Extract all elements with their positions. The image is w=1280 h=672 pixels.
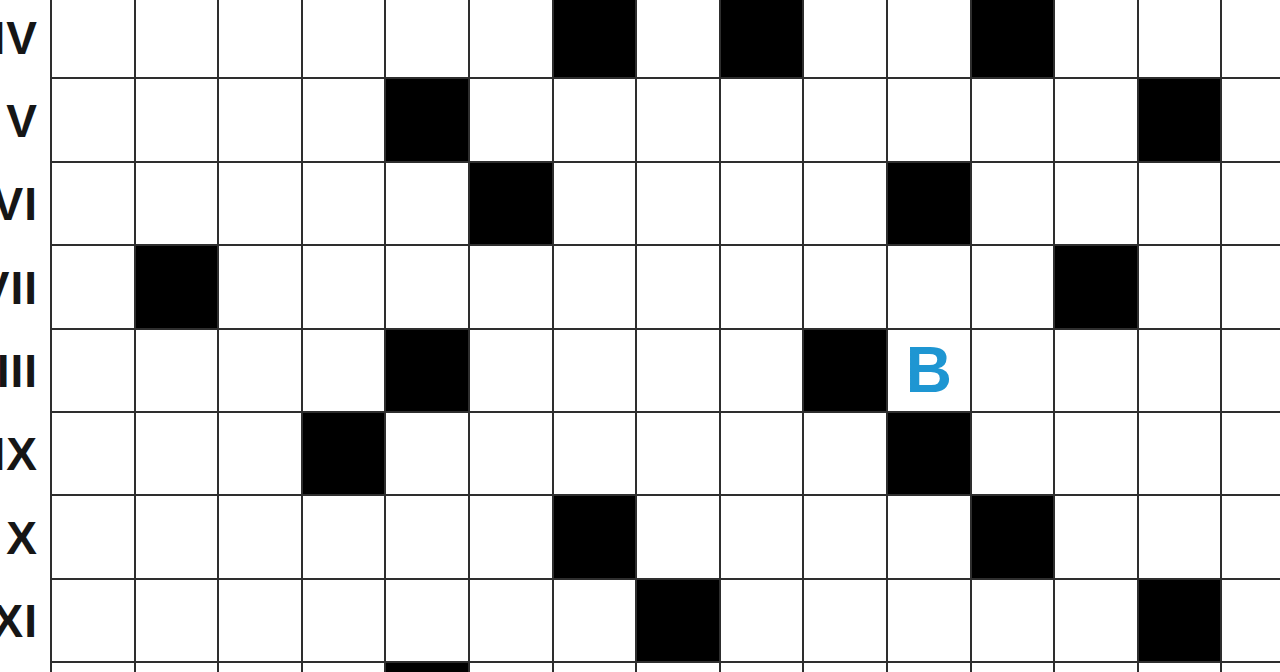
cell-r2c1[interactable] xyxy=(52,79,136,162)
cell-r3c2[interactable] xyxy=(136,163,220,246)
cell-r3c7[interactable] xyxy=(554,163,638,246)
cell-r1c5[interactable] xyxy=(386,0,470,79)
cell-r5c11-letter[interactable]: B xyxy=(888,330,972,413)
cell-r4c11[interactable] xyxy=(888,246,972,329)
cell-r5c13[interactable] xyxy=(1055,330,1139,413)
cell-r9c5-black xyxy=(386,663,470,672)
cell-r4c7[interactable] xyxy=(554,246,638,329)
row-label-v: V xyxy=(6,98,38,144)
cell-r9c14[interactable] xyxy=(1139,663,1223,672)
cell-r4c1[interactable] xyxy=(52,246,136,329)
cell-r6c14[interactable] xyxy=(1139,413,1223,496)
cell-r9c3[interactable] xyxy=(219,663,303,672)
cell-r4c13-black xyxy=(1055,246,1139,329)
cell-r3c6-black xyxy=(470,163,554,246)
cell-r7c7-black xyxy=(554,496,638,579)
cell-r1c13[interactable] xyxy=(1055,0,1139,79)
cell-r5c6[interactable] xyxy=(470,330,554,413)
cell-r7c4[interactable] xyxy=(303,496,387,579)
cell-r4c6[interactable] xyxy=(470,246,554,329)
cell-r7c8[interactable] xyxy=(637,496,721,579)
cell-r7c13[interactable] xyxy=(1055,496,1139,579)
crossword-grid: B xyxy=(50,0,1280,672)
cell-r4c5[interactable] xyxy=(386,246,470,329)
cell-r1c12-black xyxy=(972,0,1056,79)
cell-r6c3[interactable] xyxy=(219,413,303,496)
cell-r1c9-black xyxy=(721,0,805,79)
cell-r7c11[interactable] xyxy=(888,496,972,579)
cell-r3c12[interactable] xyxy=(972,163,1056,246)
cell-r2c5-black xyxy=(386,79,470,162)
cell-r9c6[interactable] xyxy=(470,663,554,672)
cell-r6c2[interactable] xyxy=(136,413,220,496)
row-label-iv: IV xyxy=(0,15,38,61)
cell-r5c7[interactable] xyxy=(554,330,638,413)
cell-r6c7[interactable] xyxy=(554,413,638,496)
cell-r6c13[interactable] xyxy=(1055,413,1139,496)
cell-r8c9[interactable] xyxy=(721,580,805,663)
cell-r5c12[interactable] xyxy=(972,330,1056,413)
cell-r8c15[interactable] xyxy=(1222,580,1280,663)
cell-r5c1[interactable] xyxy=(52,330,136,413)
cell-r5c14[interactable] xyxy=(1139,330,1223,413)
cell-r2c4[interactable] xyxy=(303,79,387,162)
cell-r7c10[interactable] xyxy=(804,496,888,579)
cell-r8c8-black xyxy=(637,580,721,663)
row-label-x: X xyxy=(6,515,38,561)
cell-r2c6[interactable] xyxy=(470,79,554,162)
cell-r3c5[interactable] xyxy=(386,163,470,246)
cell-r4c8[interactable] xyxy=(637,246,721,329)
cell-r6c4-black xyxy=(303,413,387,496)
cell-r5c4[interactable] xyxy=(303,330,387,413)
cell-r1c7-black xyxy=(554,0,638,79)
cell-r3c4[interactable] xyxy=(303,163,387,246)
cell-r4c4[interactable] xyxy=(303,246,387,329)
row-label-xi: XI xyxy=(0,598,38,644)
cell-r8c10[interactable] xyxy=(804,580,888,663)
cell-r6c9[interactable] xyxy=(721,413,805,496)
cell-r2c2[interactable] xyxy=(136,79,220,162)
cell-r9c2[interactable] xyxy=(136,663,220,672)
row-label-vii: VII xyxy=(0,265,38,311)
cell-r3c14[interactable] xyxy=(1139,163,1223,246)
cell-r2c10[interactable] xyxy=(804,79,888,162)
cell-r7c9[interactable] xyxy=(721,496,805,579)
cell-r6c8[interactable] xyxy=(637,413,721,496)
cell-r3c15[interactable] xyxy=(1222,163,1280,246)
cell-r3c3[interactable] xyxy=(219,163,303,246)
cell-r3c1[interactable] xyxy=(52,163,136,246)
cell-r5c8[interactable] xyxy=(637,330,721,413)
cell-r2c12[interactable] xyxy=(972,79,1056,162)
cell-r5c2[interactable] xyxy=(136,330,220,413)
cell-r1c6[interactable] xyxy=(470,0,554,79)
cell-r7c15[interactable] xyxy=(1222,496,1280,579)
cell-r9c10[interactable] xyxy=(804,663,888,672)
cell-r6c12[interactable] xyxy=(972,413,1056,496)
cell-r7c1[interactable] xyxy=(52,496,136,579)
cell-r4c14[interactable] xyxy=(1139,246,1223,329)
cell-r2c11[interactable] xyxy=(888,79,972,162)
cell-r8c5[interactable] xyxy=(386,580,470,663)
cell-r8c3[interactable] xyxy=(219,580,303,663)
cell-r8c2[interactable] xyxy=(136,580,220,663)
cell-r1c2[interactable] xyxy=(136,0,220,79)
cell-r6c5[interactable] xyxy=(386,413,470,496)
cell-r5c9[interactable] xyxy=(721,330,805,413)
cell-r7c6[interactable] xyxy=(470,496,554,579)
cell-r3c9[interactable] xyxy=(721,163,805,246)
cell-r9c4[interactable] xyxy=(303,663,387,672)
row-label-viii: VIII xyxy=(0,348,38,394)
cell-r4c3[interactable] xyxy=(219,246,303,329)
cell-r4c12[interactable] xyxy=(972,246,1056,329)
cell-r9c9[interactable] xyxy=(721,663,805,672)
cell-r9c15[interactable] xyxy=(1222,663,1280,672)
cell-r4c15[interactable] xyxy=(1222,246,1280,329)
cell-r2c15[interactable] xyxy=(1222,79,1280,162)
cell-r1c10[interactable] xyxy=(804,0,888,79)
cell-r5c5-black xyxy=(386,330,470,413)
cell-r2c14-black xyxy=(1139,79,1223,162)
cell-r2c13[interactable] xyxy=(1055,79,1139,162)
cell-r7c14[interactable] xyxy=(1139,496,1223,579)
cell-r1c8[interactable] xyxy=(637,0,721,79)
cell-r4c10[interactable] xyxy=(804,246,888,329)
cell-r5c10-black xyxy=(804,330,888,413)
cell-r1c15[interactable] xyxy=(1222,0,1280,79)
cell-r8c12[interactable] xyxy=(972,580,1056,663)
cell-r9c13[interactable] xyxy=(1055,663,1139,672)
cell-r9c11[interactable] xyxy=(888,663,972,672)
cell-r2c7[interactable] xyxy=(554,79,638,162)
cell-r8c13[interactable] xyxy=(1055,580,1139,663)
cell-r4c2-black xyxy=(136,246,220,329)
cell-r8c11[interactable] xyxy=(888,580,972,663)
cell-r9c1[interactable] xyxy=(52,663,136,672)
cell-r2c9[interactable] xyxy=(721,79,805,162)
cell-r7c3[interactable] xyxy=(219,496,303,579)
cell-r8c7[interactable] xyxy=(554,580,638,663)
cell-r2c8[interactable] xyxy=(637,79,721,162)
row-label-ix: IX xyxy=(0,431,38,477)
cell-r8c4[interactable] xyxy=(303,580,387,663)
cell-r6c1[interactable] xyxy=(52,413,136,496)
cell-r1c1[interactable] xyxy=(52,0,136,79)
cell-r9c12[interactable] xyxy=(972,663,1056,672)
cell-r2c3[interactable] xyxy=(219,79,303,162)
cell-r3c10[interactable] xyxy=(804,163,888,246)
cell-r7c2[interactable] xyxy=(136,496,220,579)
cell-r6c6[interactable] xyxy=(470,413,554,496)
cell-r3c8[interactable] xyxy=(637,163,721,246)
cell-r1c4[interactable] xyxy=(303,0,387,79)
cell-r8c14-black xyxy=(1139,580,1223,663)
cell-r1c14[interactable] xyxy=(1139,0,1223,79)
cell-r1c3[interactable] xyxy=(219,0,303,79)
cell-r8c1[interactable] xyxy=(52,580,136,663)
cell-r9c8[interactable] xyxy=(637,663,721,672)
cell-r1c11[interactable] xyxy=(888,0,972,79)
cell-r5c3[interactable] xyxy=(219,330,303,413)
cell-r9c7[interactable] xyxy=(554,663,638,672)
cell-r5c15[interactable] xyxy=(1222,330,1280,413)
row-label-vi: VI xyxy=(0,181,38,227)
cell-r6c10[interactable] xyxy=(804,413,888,496)
cell-r7c12-black xyxy=(972,496,1056,579)
cell-r3c11-black xyxy=(888,163,972,246)
cell-r4c9[interactable] xyxy=(721,246,805,329)
cell-r7c5[interactable] xyxy=(386,496,470,579)
cell-r3c13[interactable] xyxy=(1055,163,1139,246)
cell-r8c6[interactable] xyxy=(470,580,554,663)
cell-r6c11-black xyxy=(888,413,972,496)
cell-r6c15[interactable] xyxy=(1222,413,1280,496)
